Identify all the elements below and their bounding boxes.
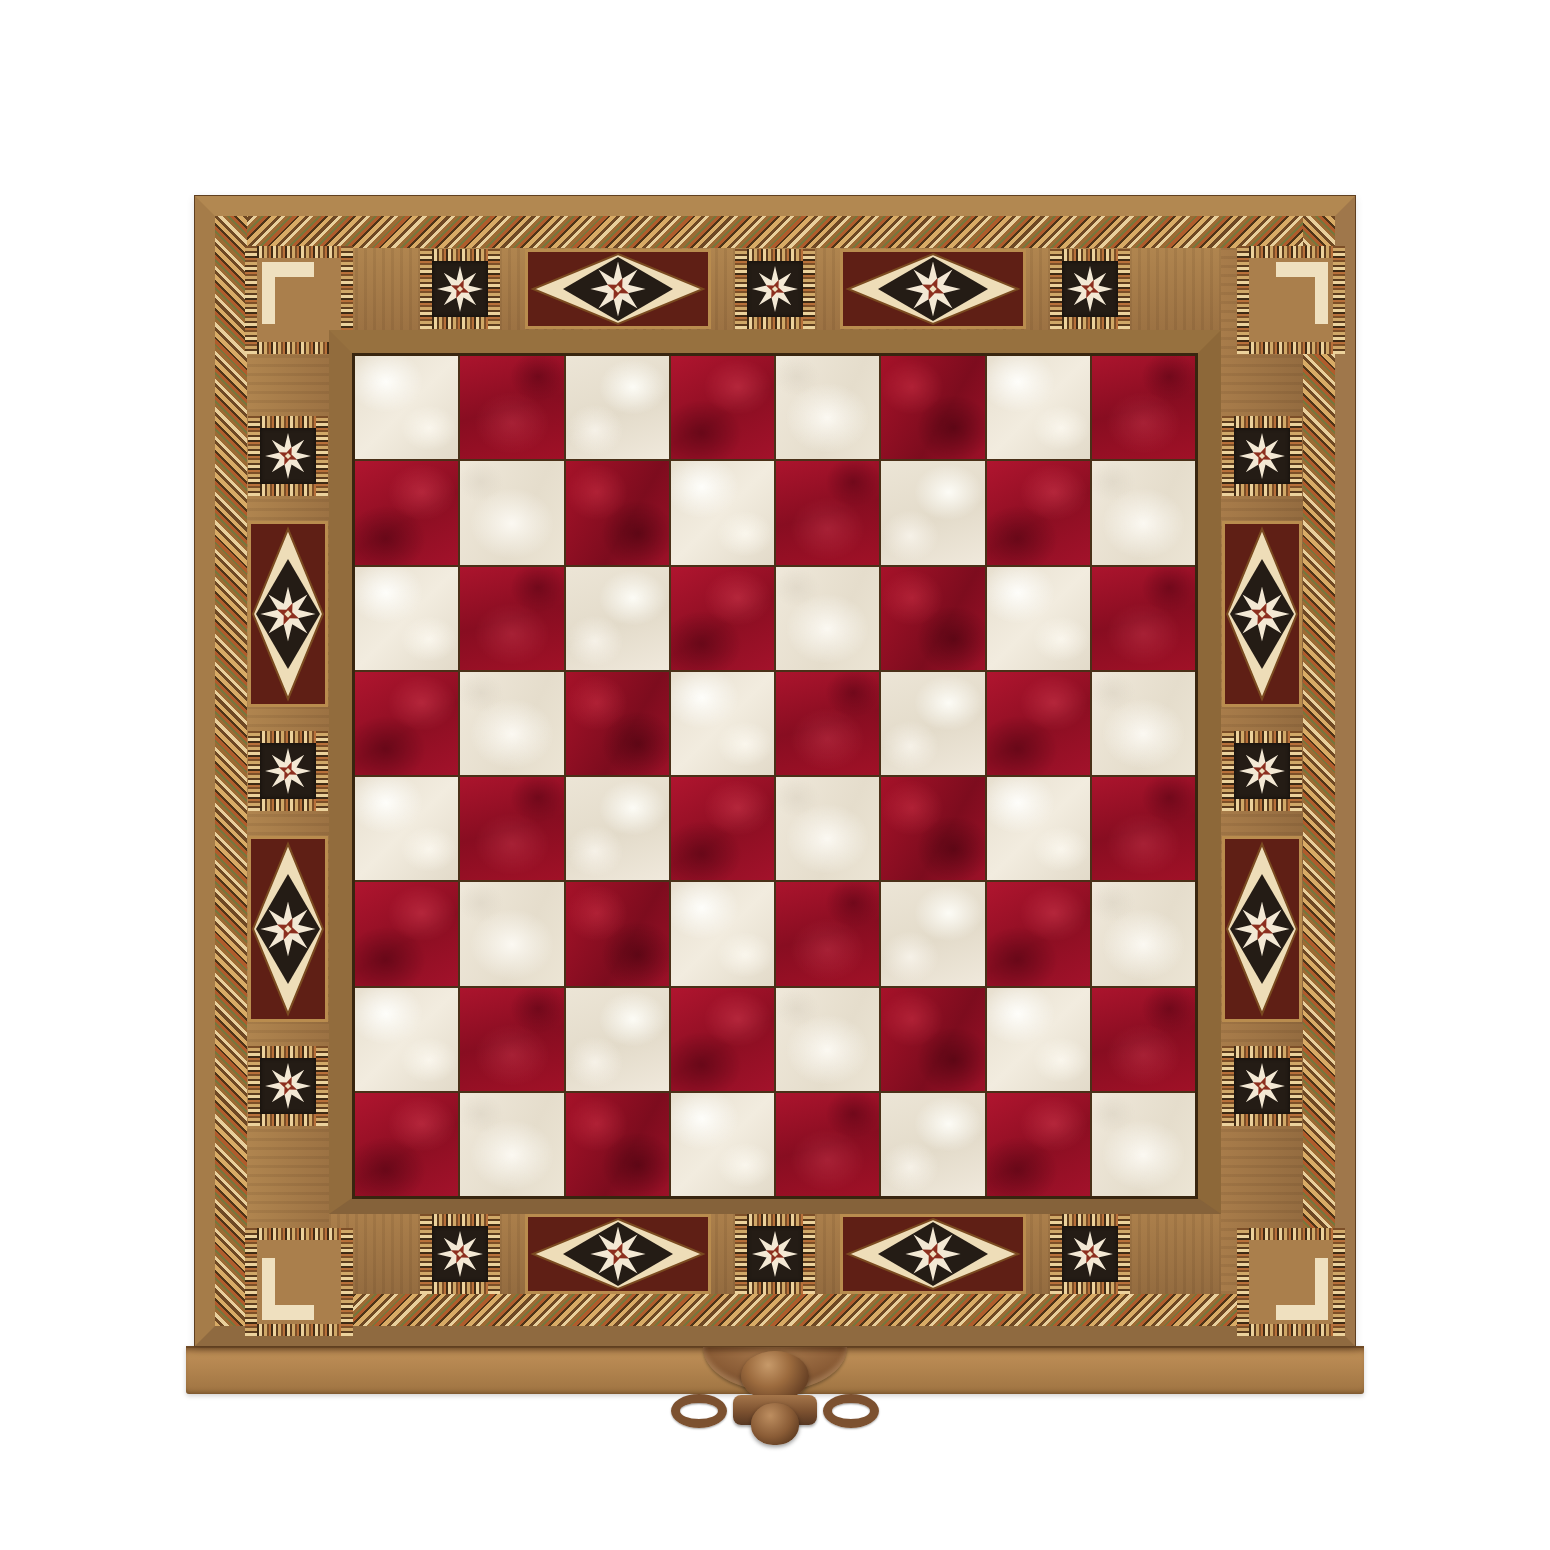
square-e8[interactable] xyxy=(776,356,879,459)
square-f6[interactable] xyxy=(881,567,984,670)
diamond-eye-medallion-right-4 xyxy=(1222,836,1302,1022)
star-medallion-right-1 xyxy=(1222,416,1302,496)
square-b5[interactable] xyxy=(460,672,563,775)
square-c1[interactable] xyxy=(566,1093,669,1196)
square-f5[interactable] xyxy=(881,672,984,775)
square-d7[interactable] xyxy=(671,461,774,564)
square-e6[interactable] xyxy=(776,567,879,670)
bone-corner-bracket-icon xyxy=(262,262,314,324)
square-d8[interactable] xyxy=(671,356,774,459)
square-a7[interactable] xyxy=(355,461,458,564)
star-medallion-left-3 xyxy=(248,731,328,811)
square-h4[interactable] xyxy=(1092,777,1195,880)
star-medallion-left-5 xyxy=(248,1046,328,1126)
clasp-dome xyxy=(741,1351,809,1401)
square-b2[interactable] xyxy=(460,988,563,1091)
square-c3[interactable] xyxy=(566,882,669,985)
square-d2[interactable] xyxy=(671,988,774,1091)
bone-corner-bracket-icon xyxy=(262,1258,314,1320)
outer-stripe-band-left xyxy=(215,216,247,1326)
square-h1[interactable] xyxy=(1092,1093,1195,1196)
square-c6[interactable] xyxy=(566,567,669,670)
square-b7[interactable] xyxy=(460,461,563,564)
star-medallion-bottom-3 xyxy=(735,1214,815,1294)
board-field xyxy=(355,356,1195,1196)
square-f2[interactable] xyxy=(881,988,984,1091)
diamond-eye-medallion-bottom-4 xyxy=(840,1214,1026,1294)
square-c8[interactable] xyxy=(566,356,669,459)
star-medallion-top-5 xyxy=(1050,249,1130,329)
star-medallion-right-3 xyxy=(1222,731,1302,811)
square-b3[interactable] xyxy=(460,882,563,985)
square-e4[interactable] xyxy=(776,777,879,880)
square-e3[interactable] xyxy=(776,882,879,985)
square-a4[interactable] xyxy=(355,777,458,880)
star-medallion-right-5 xyxy=(1222,1046,1302,1126)
outer-stripe-band-right xyxy=(1303,216,1335,1326)
square-a2[interactable] xyxy=(355,988,458,1091)
square-f3[interactable] xyxy=(881,882,984,985)
square-c2[interactable] xyxy=(566,988,669,1091)
diamond-eye-medallion-left-2 xyxy=(248,521,328,707)
square-d1[interactable] xyxy=(671,1093,774,1196)
square-c4[interactable] xyxy=(566,777,669,880)
square-a6[interactable] xyxy=(355,567,458,670)
square-a5[interactable] xyxy=(355,672,458,775)
square-a1[interactable] xyxy=(355,1093,458,1196)
square-b6[interactable] xyxy=(460,567,563,670)
star-medallion-top-3 xyxy=(735,249,815,329)
square-g3[interactable] xyxy=(987,882,1090,985)
corner-bracket-panel-top-right xyxy=(1237,246,1345,354)
square-g2[interactable] xyxy=(987,988,1090,1091)
outer-stripe-band-top xyxy=(215,216,1335,248)
square-e2[interactable] xyxy=(776,988,879,1091)
board-top-face xyxy=(195,196,1355,1346)
diamond-eye-medallion-left-4 xyxy=(248,836,328,1022)
square-h3[interactable] xyxy=(1092,882,1195,985)
star-medallion-bottom-5 xyxy=(1050,1214,1130,1294)
square-b8[interactable] xyxy=(460,356,563,459)
square-g7[interactable] xyxy=(987,461,1090,564)
square-g1[interactable] xyxy=(987,1093,1090,1196)
diamond-eye-medallion-top-2 xyxy=(525,249,711,329)
square-d5[interactable] xyxy=(671,672,774,775)
square-c7[interactable] xyxy=(566,461,669,564)
square-a8[interactable] xyxy=(355,356,458,459)
square-e1[interactable] xyxy=(776,1093,879,1196)
corner-bracket-panel-bottom-right xyxy=(1237,1228,1345,1336)
outer-stripe-band-bottom xyxy=(215,1294,1335,1326)
square-b1[interactable] xyxy=(460,1093,563,1196)
diamond-eye-medallion-right-2 xyxy=(1222,521,1302,707)
square-h2[interactable] xyxy=(1092,988,1195,1091)
square-h7[interactable] xyxy=(1092,461,1195,564)
square-f8[interactable] xyxy=(881,356,984,459)
square-f1[interactable] xyxy=(881,1093,984,1196)
square-d6[interactable] xyxy=(671,567,774,670)
star-medallion-left-1 xyxy=(248,416,328,496)
bone-corner-bracket-icon xyxy=(1276,1258,1328,1320)
square-d4[interactable] xyxy=(671,777,774,880)
square-g4[interactable] xyxy=(987,777,1090,880)
square-h5[interactable] xyxy=(1092,672,1195,775)
square-e7[interactable] xyxy=(776,461,879,564)
clasp-ring-left xyxy=(671,1394,727,1428)
square-g8[interactable] xyxy=(987,356,1090,459)
square-h6[interactable] xyxy=(1092,567,1195,670)
star-medallion-bottom-1 xyxy=(420,1214,500,1294)
diamond-eye-medallion-top-4 xyxy=(840,249,1026,329)
square-e5[interactable] xyxy=(776,672,879,775)
square-g5[interactable] xyxy=(987,672,1090,775)
square-c5[interactable] xyxy=(566,672,669,775)
clasp-toggle-knob[interactable] xyxy=(751,1403,799,1445)
square-a3[interactable] xyxy=(355,882,458,985)
square-f7[interactable] xyxy=(881,461,984,564)
square-h8[interactable] xyxy=(1092,356,1195,459)
corner-bracket-panel-bottom-left xyxy=(245,1228,353,1336)
bone-corner-bracket-icon xyxy=(1276,262,1328,324)
clasp-ring-right xyxy=(823,1394,879,1428)
star-medallion-top-1 xyxy=(420,249,500,329)
square-d3[interactable] xyxy=(671,882,774,985)
square-f4[interactable] xyxy=(881,777,984,880)
square-b4[interactable] xyxy=(460,777,563,880)
square-g6[interactable] xyxy=(987,567,1090,670)
diamond-eye-medallion-bottom-2 xyxy=(525,1214,711,1294)
